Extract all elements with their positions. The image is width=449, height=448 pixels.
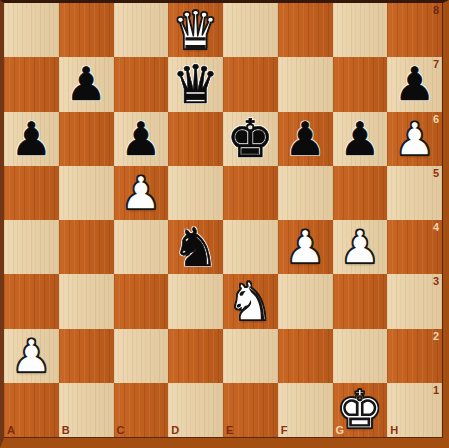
square-c7[interactable]	[114, 57, 169, 111]
square-c4[interactable]	[114, 220, 169, 274]
white-knight[interactable]: ♞	[227, 275, 275, 328]
rank-label-3: 3	[433, 276, 439, 287]
square-e1[interactable]: E	[223, 383, 278, 437]
file-label-g: G	[336, 425, 345, 436]
black-pawn[interactable]: ♟	[11, 116, 52, 162]
square-b7[interactable]: ♟	[59, 57, 114, 111]
rank-label-5: 5	[433, 168, 439, 179]
white-queen[interactable]: ♛	[172, 4, 220, 57]
black-pawn[interactable]: ♟	[394, 61, 435, 107]
square-b4[interactable]	[59, 220, 114, 274]
square-d3[interactable]	[168, 274, 223, 328]
black-pawn[interactable]: ♟	[285, 116, 326, 162]
file-label-f: F	[281, 425, 288, 436]
square-f6[interactable]: ♟	[278, 112, 333, 166]
white-pawn[interactable]: ♟	[120, 170, 161, 216]
chess-board-frame: ♛8♟♛7♟♟♟♚♟♟6♟♟5♞♟♟4♞3♟2ABCDEFG♚1H	[0, 0, 449, 448]
square-f5[interactable]	[278, 166, 333, 220]
square-g7[interactable]	[333, 57, 388, 111]
square-d2[interactable]	[168, 329, 223, 383]
square-h7[interactable]: 7♟	[387, 57, 442, 111]
square-g3[interactable]	[333, 274, 388, 328]
rank-label-4: 4	[433, 222, 439, 233]
rank-label-8: 8	[433, 5, 439, 16]
square-b5[interactable]	[59, 166, 114, 220]
square-h4[interactable]: 4	[387, 220, 442, 274]
square-g4[interactable]: ♟	[333, 220, 388, 274]
black-king[interactable]: ♚	[227, 112, 275, 165]
rank-label-7: 7	[433, 59, 439, 70]
file-label-h: H	[390, 425, 398, 436]
square-b3[interactable]	[59, 274, 114, 328]
white-pawn[interactable]: ♟	[339, 224, 380, 270]
square-b1[interactable]: B	[59, 383, 114, 437]
square-a4[interactable]	[4, 220, 59, 274]
square-f8[interactable]	[278, 3, 333, 57]
square-c2[interactable]	[114, 329, 169, 383]
square-f7[interactable]	[278, 57, 333, 111]
square-e6[interactable]: ♚	[223, 112, 278, 166]
square-h1[interactable]: 1H	[387, 383, 442, 437]
square-g5[interactable]	[333, 166, 388, 220]
file-label-c: C	[117, 425, 125, 436]
square-e5[interactable]	[223, 166, 278, 220]
square-b8[interactable]	[59, 3, 114, 57]
square-b2[interactable]	[59, 329, 114, 383]
square-c3[interactable]	[114, 274, 169, 328]
square-a6[interactable]: ♟	[4, 112, 59, 166]
rank-label-2: 2	[433, 331, 439, 342]
square-e8[interactable]	[223, 3, 278, 57]
black-pawn[interactable]: ♟	[66, 61, 107, 107]
square-c1[interactable]: C	[114, 383, 169, 437]
square-e7[interactable]	[223, 57, 278, 111]
square-d4[interactable]: ♞	[168, 220, 223, 274]
square-b6[interactable]	[59, 112, 114, 166]
white-pawn[interactable]: ♟	[394, 116, 435, 162]
file-label-b: B	[62, 425, 70, 436]
square-e3[interactable]: ♞	[223, 274, 278, 328]
square-a8[interactable]	[4, 3, 59, 57]
square-g8[interactable]	[333, 3, 388, 57]
square-f1[interactable]: F	[278, 383, 333, 437]
square-d8[interactable]: ♛	[168, 3, 223, 57]
square-h5[interactable]: 5	[387, 166, 442, 220]
square-f2[interactable]	[278, 329, 333, 383]
square-a7[interactable]	[4, 57, 59, 111]
square-d6[interactable]	[168, 112, 223, 166]
square-h8[interactable]: 8	[387, 3, 442, 57]
square-e2[interactable]	[223, 329, 278, 383]
square-g1[interactable]: G♚	[333, 383, 388, 437]
rank-label-6: 6	[433, 114, 439, 125]
white-pawn[interactable]: ♟	[11, 333, 52, 379]
black-pawn[interactable]: ♟	[339, 116, 380, 162]
black-pawn[interactable]: ♟	[120, 116, 161, 162]
black-knight[interactable]: ♞	[172, 221, 220, 274]
square-f3[interactable]	[278, 274, 333, 328]
square-d1[interactable]: D	[168, 383, 223, 437]
square-d5[interactable]	[168, 166, 223, 220]
white-pawn[interactable]: ♟	[285, 224, 326, 270]
square-h2[interactable]: 2	[387, 329, 442, 383]
black-queen[interactable]: ♛	[172, 58, 220, 111]
square-e4[interactable]	[223, 220, 278, 274]
square-g2[interactable]	[333, 329, 388, 383]
square-c8[interactable]	[114, 3, 169, 57]
square-g6[interactable]: ♟	[333, 112, 388, 166]
square-a1[interactable]: A	[4, 383, 59, 437]
square-h6[interactable]: 6♟	[387, 112, 442, 166]
square-a3[interactable]	[4, 274, 59, 328]
square-a5[interactable]	[4, 166, 59, 220]
file-label-d: D	[171, 425, 179, 436]
square-c5[interactable]: ♟	[114, 166, 169, 220]
chess-board: ♛8♟♛7♟♟♟♚♟♟6♟♟5♞♟♟4♞3♟2ABCDEFG♚1H	[4, 3, 443, 438]
rank-label-1: 1	[433, 385, 439, 396]
file-label-a: A	[7, 425, 15, 436]
square-a2[interactable]: ♟	[4, 329, 59, 383]
square-f4[interactable]: ♟	[278, 220, 333, 274]
square-d7[interactable]: ♛	[168, 57, 223, 111]
square-h3[interactable]: 3	[387, 274, 442, 328]
square-c6[interactable]: ♟	[114, 112, 169, 166]
file-label-e: E	[226, 425, 233, 436]
